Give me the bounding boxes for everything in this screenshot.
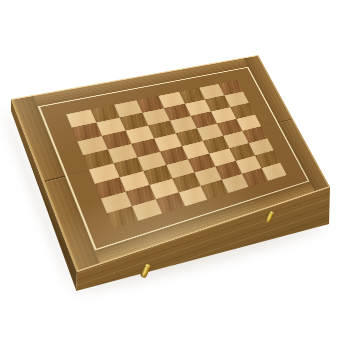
product-photo [0,0,352,352]
